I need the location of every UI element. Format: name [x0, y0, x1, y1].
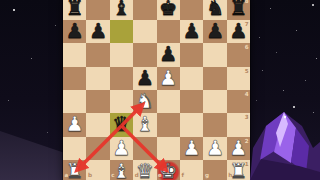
square-a4[interactable] [63, 90, 86, 113]
piece-bR-a8[interactable]: ♜ [63, 0, 86, 20]
square-h5[interactable]: 5 [227, 67, 250, 90]
square-c5[interactable] [110, 67, 133, 90]
piece-bN-g8[interactable]: ♞ [203, 0, 226, 20]
file-label-b: b [88, 172, 92, 178]
square-g6[interactable] [203, 43, 226, 66]
square-b8[interactable] [86, 0, 109, 20]
star [270, 8, 271, 9]
square-e2[interactable] [157, 137, 180, 160]
piece-wP-g2[interactable]: ♟ [203, 137, 226, 160]
file-label-g: g [205, 172, 209, 178]
chess-board[interactable]: ♜♝♚♞8♜♟♟♟♟7♟♟6♟♟5♞4♟♛♝3♟♟♟2♟a♜bc♝d♛e♚fgh… [63, 0, 250, 180]
piece-wR-a1[interactable]: ♜ [63, 160, 86, 180]
square-d5[interactable]: ♟ [133, 67, 156, 90]
piece-bK-e8[interactable]: ♚ [157, 0, 180, 20]
square-d3[interactable]: ♝ [133, 113, 156, 136]
piece-wP-h2[interactable]: ♟ [227, 137, 250, 160]
square-f7[interactable]: ♟ [180, 20, 203, 43]
star [296, 30, 297, 31]
piece-wR-h1[interactable]: ♜ [227, 160, 250, 180]
square-c2[interactable]: ♟ [110, 137, 133, 160]
square-h2[interactable]: 2♟ [227, 137, 250, 160]
star [256, 100, 257, 101]
piece-bR-h8[interactable]: ♜ [227, 0, 250, 20]
piece-bP-a7[interactable]: ♟ [63, 20, 86, 43]
night-scene: ♜♝♚♞8♜♟♟♟♟7♟♟6♟♟5♞4♟♛♝3♟♟♟2♟a♜bc♝d♛e♚fgh… [0, 0, 320, 180]
square-e6[interactable]: ♟ [157, 43, 180, 66]
square-d2[interactable] [133, 137, 156, 160]
piece-bQ-c3[interactable]: ♛ [110, 113, 133, 136]
square-d8[interactable] [133, 0, 156, 20]
square-c3[interactable]: ♛ [110, 113, 133, 136]
star [8, 100, 9, 101]
piece-bP-f7[interactable]: ♟ [180, 20, 203, 43]
square-e7[interactable] [157, 20, 180, 43]
file-label-f: f [181, 172, 183, 178]
star [313, 112, 314, 113]
square-d7[interactable] [133, 20, 156, 43]
square-f1[interactable]: f [180, 160, 203, 180]
rank-label-5: 5 [245, 68, 249, 74]
star [55, 25, 56, 26]
square-h1[interactable]: h1♜ [227, 160, 250, 180]
square-f6[interactable] [180, 43, 203, 66]
piece-wP-e5[interactable]: ♟ [157, 67, 180, 90]
square-h7[interactable]: 7♟ [227, 20, 250, 43]
square-e8[interactable]: ♚ [157, 0, 180, 20]
square-a5[interactable] [63, 67, 86, 90]
piece-wB-d3[interactable]: ♝ [133, 113, 156, 136]
square-b6[interactable] [86, 43, 109, 66]
piece-bP-e6[interactable]: ♟ [157, 43, 180, 66]
piece-bP-b7[interactable]: ♟ [86, 20, 109, 43]
square-b5[interactable] [86, 67, 109, 90]
square-a6[interactable] [63, 43, 86, 66]
star [262, 70, 263, 71]
star [47, 132, 48, 133]
piece-wB-c1[interactable]: ♝ [110, 160, 133, 180]
square-h3[interactable]: 3 [227, 113, 250, 136]
piece-bP-d5[interactable]: ♟ [133, 67, 156, 90]
square-e3[interactable] [157, 113, 180, 136]
square-c6[interactable] [110, 43, 133, 66]
piece-wP-c2[interactable]: ♟ [110, 137, 133, 160]
square-c4[interactable] [110, 90, 133, 113]
square-g8[interactable]: ♞ [203, 0, 226, 20]
piece-wN-d4[interactable]: ♞ [133, 90, 156, 113]
piece-bB-c8[interactable]: ♝ [110, 0, 133, 20]
square-a8[interactable]: ♜ [63, 0, 86, 20]
square-g3[interactable] [203, 113, 226, 136]
star [259, 37, 260, 38]
square-h8[interactable]: 8♜ [227, 0, 250, 20]
square-d4[interactable]: ♞ [133, 90, 156, 113]
star [283, 90, 284, 91]
square-a2[interactable] [63, 137, 86, 160]
square-f8[interactable] [180, 0, 203, 20]
star [31, 58, 32, 59]
square-c8[interactable]: ♝ [110, 0, 133, 20]
square-g5[interactable] [203, 67, 226, 90]
square-h4[interactable]: 4 [227, 90, 250, 113]
square-f4[interactable] [180, 90, 203, 113]
square-b2[interactable] [86, 137, 109, 160]
star [312, 4, 314, 6]
hill-silhouette [0, 112, 64, 180]
square-b7[interactable]: ♟ [86, 20, 109, 43]
square-a3[interactable]: ♟ [63, 113, 86, 136]
rank-label-4: 4 [245, 91, 249, 97]
piece-wQ-d1[interactable]: ♛ [133, 160, 156, 180]
rank-label-3: 3 [245, 114, 249, 120]
square-b4[interactable] [86, 90, 109, 113]
square-c7[interactable] [110, 20, 133, 43]
square-f2[interactable]: ♟ [180, 137, 203, 160]
square-e1[interactable]: e♚ [157, 160, 180, 180]
square-a7[interactable]: ♟ [63, 20, 86, 43]
star [305, 80, 306, 81]
square-b1[interactable]: b [86, 160, 109, 180]
star [293, 106, 295, 108]
square-g1[interactable]: g [203, 160, 226, 180]
square-d6[interactable] [133, 43, 156, 66]
square-h6[interactable]: 6 [227, 43, 250, 66]
square-d1[interactable]: d♛ [133, 160, 156, 180]
star [13, 9, 15, 11]
square-a1[interactable]: a♜ [63, 160, 86, 180]
square-e4[interactable] [157, 90, 180, 113]
square-f3[interactable] [180, 113, 203, 136]
square-c1[interactable]: c♝ [110, 160, 133, 180]
square-g4[interactable] [203, 90, 226, 113]
piece-bP-h7[interactable]: ♟ [227, 20, 250, 43]
piece-bP-g7[interactable]: ♟ [203, 20, 226, 43]
square-f5[interactable] [180, 67, 203, 90]
square-e5[interactable]: ♟ [157, 67, 180, 90]
square-g2[interactable]: ♟ [203, 137, 226, 160]
piece-wP-a3[interactable]: ♟ [63, 113, 86, 136]
rank-label-6: 6 [245, 44, 249, 50]
piece-wP-f2[interactable]: ♟ [180, 137, 203, 160]
square-g7[interactable]: ♟ [203, 20, 226, 43]
star [316, 58, 317, 59]
square-b3[interactable] [86, 113, 109, 136]
piece-wK-e1[interactable]: ♚ [157, 160, 180, 180]
star [276, 52, 277, 53]
